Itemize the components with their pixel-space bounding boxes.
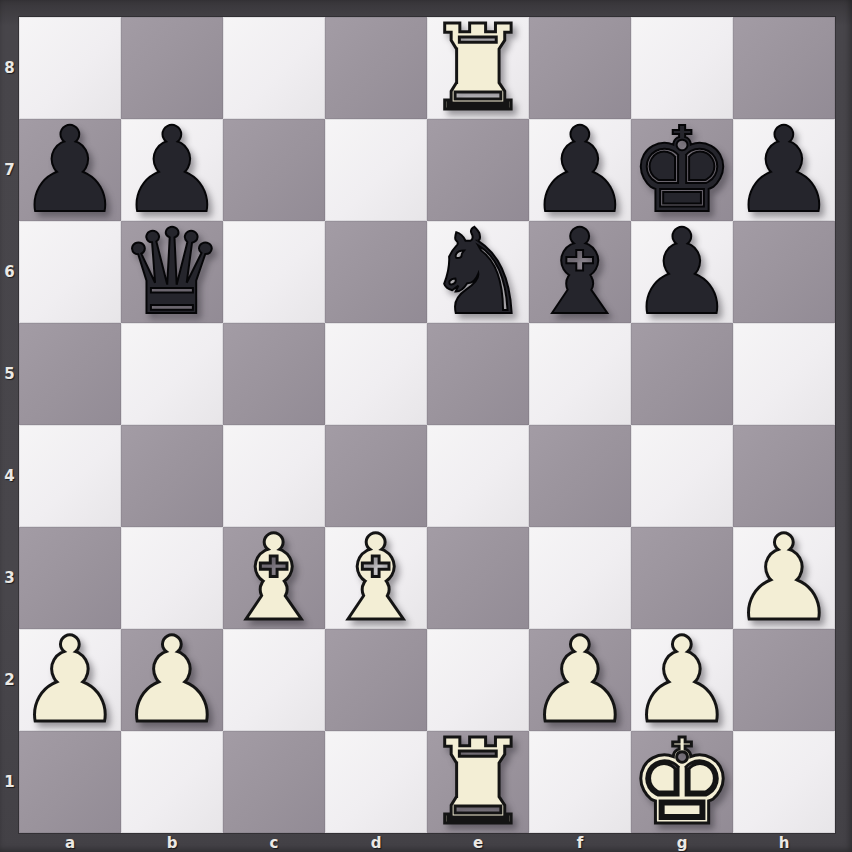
square-c5[interactable]: [223, 323, 325, 425]
black-queen[interactable]: ♛: [119, 213, 225, 331]
file-label-f: f: [529, 833, 631, 852]
square-c6[interactable]: [223, 221, 325, 323]
square-g1[interactable]: ♚: [631, 731, 733, 833]
square-e4[interactable]: [427, 425, 529, 527]
square-a6[interactable]: [19, 221, 121, 323]
square-f4[interactable]: [529, 425, 631, 527]
file-label-a: a: [19, 833, 121, 852]
square-b4[interactable]: [121, 425, 223, 527]
file-label-e: e: [427, 833, 529, 852]
black-bishop[interactable]: ♝: [527, 213, 633, 331]
rank-label-5: 5: [0, 323, 19, 425]
square-d5[interactable]: [325, 323, 427, 425]
square-e8[interactable]: ♜: [427, 17, 529, 119]
square-e1[interactable]: ♜: [427, 731, 529, 833]
square-h2[interactable]: [733, 629, 835, 731]
square-f6[interactable]: ♝: [529, 221, 631, 323]
file-label-c: c: [223, 833, 325, 852]
black-pawn[interactable]: ♟: [629, 213, 735, 331]
white-pawn[interactable]: ♟: [731, 519, 837, 637]
square-a2[interactable]: ♟: [19, 629, 121, 731]
black-pawn[interactable]: ♟: [17, 111, 123, 229]
square-h1[interactable]: [733, 731, 835, 833]
chess-app-window: { "game": "chess", "position": { "fen": …: [0, 0, 852, 852]
square-c1[interactable]: [223, 731, 325, 833]
file-label-b: b: [121, 833, 223, 852]
square-c3[interactable]: ♝: [223, 527, 325, 629]
white-rook[interactable]: ♜: [425, 9, 531, 127]
file-labels: a b c d e f g h: [19, 833, 835, 852]
square-g6[interactable]: ♟: [631, 221, 733, 323]
square-f5[interactable]: [529, 323, 631, 425]
white-pawn[interactable]: ♟: [17, 621, 123, 739]
square-f1[interactable]: [529, 731, 631, 833]
square-b1[interactable]: [121, 731, 223, 833]
square-d8[interactable]: [325, 17, 427, 119]
square-a5[interactable]: [19, 323, 121, 425]
square-c2[interactable]: [223, 629, 325, 731]
square-d1[interactable]: [325, 731, 427, 833]
white-king[interactable]: ♚: [629, 723, 735, 841]
square-g5[interactable]: [631, 323, 733, 425]
file-label-h: h: [733, 833, 835, 852]
square-d2[interactable]: [325, 629, 427, 731]
white-pawn[interactable]: ♟: [119, 621, 225, 739]
square-h5[interactable]: [733, 323, 835, 425]
chess-board: ♜ ♟ ♟ ♟ ♚ ♟ ♛ ♞ ♝ ♟ ♝ ♝ ♟ ♟ ♟ ♟ ♟: [19, 17, 835, 833]
square-b2[interactable]: ♟: [121, 629, 223, 731]
square-e3[interactable]: [427, 527, 529, 629]
black-pawn[interactable]: ♟: [731, 111, 837, 229]
white-pawn[interactable]: ♟: [527, 621, 633, 739]
rank-label-4: 4: [0, 425, 19, 527]
square-h6[interactable]: [733, 221, 835, 323]
square-f2[interactable]: ♟: [529, 629, 631, 731]
square-h7[interactable]: ♟: [733, 119, 835, 221]
white-rook[interactable]: ♜: [425, 723, 531, 841]
square-a1[interactable]: [19, 731, 121, 833]
square-a4[interactable]: [19, 425, 121, 527]
square-c8[interactable]: [223, 17, 325, 119]
square-b6[interactable]: ♛: [121, 221, 223, 323]
square-h3[interactable]: ♟: [733, 527, 835, 629]
square-g4[interactable]: [631, 425, 733, 527]
white-bishop[interactable]: ♝: [221, 519, 327, 637]
square-e6[interactable]: ♞: [427, 221, 529, 323]
white-bishop[interactable]: ♝: [323, 519, 429, 637]
square-a7[interactable]: ♟: [19, 119, 121, 221]
square-b5[interactable]: [121, 323, 223, 425]
black-knight[interactable]: ♞: [425, 213, 531, 331]
square-c7[interactable]: [223, 119, 325, 221]
file-label-d: d: [325, 833, 427, 852]
file-label-g: g: [631, 833, 733, 852]
square-d7[interactable]: [325, 119, 427, 221]
square-d3[interactable]: ♝: [325, 527, 427, 629]
square-d6[interactable]: [325, 221, 427, 323]
square-e5[interactable]: [427, 323, 529, 425]
